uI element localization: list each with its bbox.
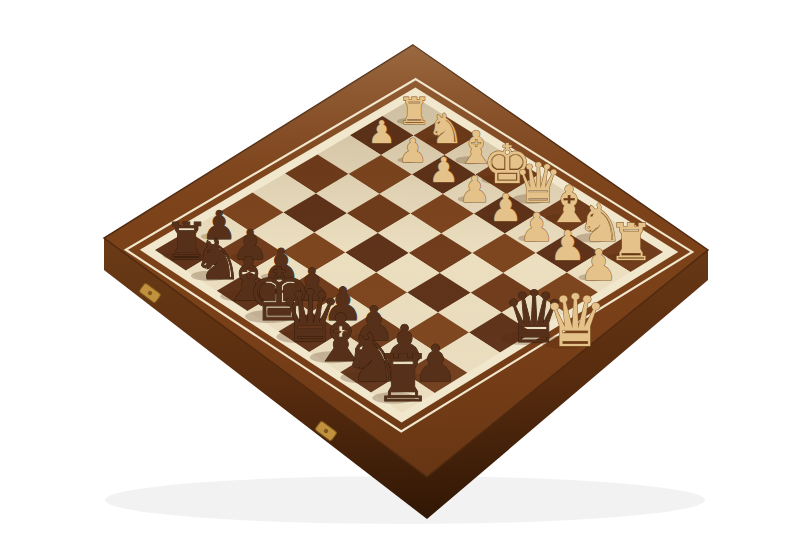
white-pawn-f2[interactable]: ♟ [428,150,459,190]
black-rook-a8[interactable]: ♜ [374,341,432,416]
chess-set-photo: ♜♟♞♟♝♟♚♛♟♝♟♟♞♟♜♟♜♟♞♟♟♝♟♚♟♛♟♛♛♝♟♞♟♜ [0,0,800,533]
white-pawn-e2[interactable]: ♟ [458,168,490,211]
white-queen-extra[interactable]: ♛ [543,279,608,363]
white-pawn-g2[interactable]: ♟ [398,132,427,170]
chess-board-scene: ♜♟♞♟♝♟♚♛♟♝♟♟♞♟♜♟♜♟♞♟♟♝♟♚♟♛♟♛♛♝♟♞♟♜ [0,0,800,533]
white-pawn-h2[interactable]: ♟ [368,114,396,150]
white-pawn-d2[interactable]: ♟ [489,186,523,230]
photo-stage: ♜♟♞♟♝♟♚♛♟♝♟♟♞♟♜♟♜♟♞♟♟♝♟♚♟♛♟♛♛♝♟♞♟♜ [0,0,800,533]
